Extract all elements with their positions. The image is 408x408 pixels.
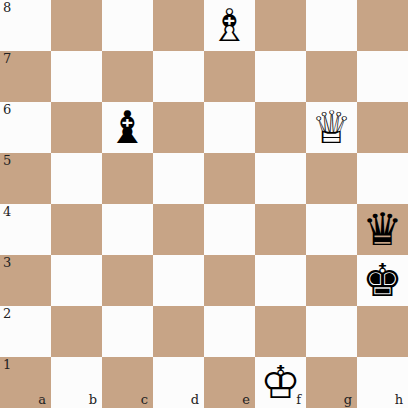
square-e5[interactable] [204,153,255,204]
square-c1[interactable]: c [102,357,153,408]
square-d1[interactable]: d [153,357,204,408]
square-g5[interactable] [306,153,357,204]
file-label-e: e [242,393,250,407]
square-h7[interactable] [357,51,408,102]
square-h3[interactable]: ♚ [357,255,408,306]
square-a8[interactable]: 8 [0,0,51,51]
square-g2[interactable] [306,306,357,357]
square-e8[interactable]: ♗ [204,0,255,51]
square-c3[interactable] [102,255,153,306]
square-a1[interactable]: 1a [0,357,51,408]
square-e2[interactable] [204,306,255,357]
square-g3[interactable] [306,255,357,306]
square-h2[interactable] [357,306,408,357]
rank-label-6: 6 [3,102,11,117]
square-c5[interactable] [102,153,153,204]
square-b6[interactable] [51,102,102,153]
square-b7[interactable] [51,51,102,102]
piece-white-king[interactable]: ♔ [255,357,306,408]
square-f3[interactable] [255,255,306,306]
piece-white-bishop[interactable]: ♗ [204,0,255,51]
square-h8[interactable] [357,0,408,51]
square-d6[interactable] [153,102,204,153]
rank-label-2: 2 [3,306,11,321]
square-b8[interactable] [51,0,102,51]
piece-black-king[interactable]: ♚ [357,255,408,306]
square-e4[interactable] [204,204,255,255]
square-a5[interactable]: 5 [0,153,51,204]
square-d5[interactable] [153,153,204,204]
square-h6[interactable] [357,102,408,153]
square-h1[interactable]: h [357,357,408,408]
file-label-g: g [344,393,352,407]
square-f4[interactable] [255,204,306,255]
square-f7[interactable] [255,51,306,102]
piece-black-queen[interactable]: ♛ [357,204,408,255]
file-label-d: d [191,393,199,407]
square-f1[interactable]: f♔ [255,357,306,408]
square-b3[interactable] [51,255,102,306]
square-g1[interactable]: g [306,357,357,408]
file-label-b: b [89,393,97,407]
piece-black-bishop[interactable]: ♝ [102,102,153,153]
square-d4[interactable] [153,204,204,255]
square-a4[interactable]: 4 [0,204,51,255]
square-f6[interactable] [255,102,306,153]
file-label-h: h [395,393,403,407]
square-b5[interactable] [51,153,102,204]
square-b4[interactable] [51,204,102,255]
square-g7[interactable] [306,51,357,102]
square-f8[interactable] [255,0,306,51]
square-h4[interactable]: ♛ [357,204,408,255]
square-a2[interactable]: 2 [0,306,51,357]
square-a6[interactable]: 6 [0,102,51,153]
square-d8[interactable] [153,0,204,51]
square-c2[interactable] [102,306,153,357]
square-h5[interactable] [357,153,408,204]
square-c8[interactable] [102,0,153,51]
square-c7[interactable] [102,51,153,102]
rank-label-1: 1 [3,357,11,372]
square-e3[interactable] [204,255,255,306]
rank-label-5: 5 [3,153,11,168]
piece-white-queen[interactable]: ♕ [306,102,357,153]
square-a3[interactable]: 3 [0,255,51,306]
square-d7[interactable] [153,51,204,102]
square-d2[interactable] [153,306,204,357]
square-d3[interactable] [153,255,204,306]
file-label-a: a [38,393,46,407]
rank-label-8: 8 [3,0,11,15]
square-c6[interactable]: ♝ [102,102,153,153]
rank-label-4: 4 [3,204,11,219]
file-label-c: c [141,393,148,407]
square-g4[interactable] [306,204,357,255]
square-a7[interactable]: 7 [0,51,51,102]
square-f5[interactable] [255,153,306,204]
rank-label-7: 7 [3,51,11,66]
square-g6[interactable]: ♕ [306,102,357,153]
chess-board: 8♗76♝♕54♛3♚21abcdef♔gh [0,0,408,408]
square-g8[interactable] [306,0,357,51]
square-f2[interactable] [255,306,306,357]
square-e6[interactable] [204,102,255,153]
square-b2[interactable] [51,306,102,357]
square-e7[interactable] [204,51,255,102]
square-b1[interactable]: b [51,357,102,408]
square-c4[interactable] [102,204,153,255]
square-e1[interactable]: e [204,357,255,408]
rank-label-3: 3 [3,255,11,270]
